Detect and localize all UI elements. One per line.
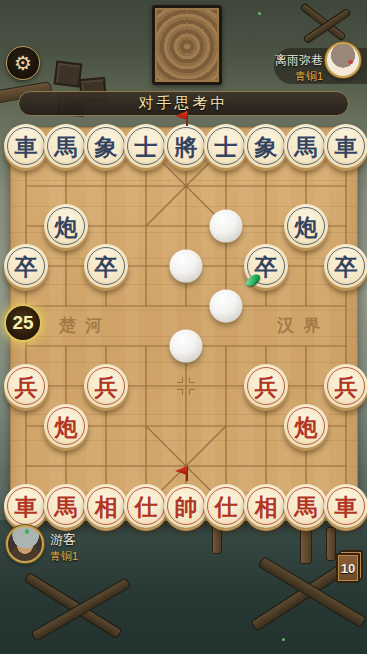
piece-character: 炮 bbox=[55, 215, 78, 238]
piece-character: 卒 bbox=[15, 255, 38, 278]
piece-character: 士 bbox=[135, 135, 158, 158]
opponent-card-back bbox=[152, 5, 222, 85]
red-piece-相[interactable]: 相 bbox=[244, 484, 288, 528]
piece-character: 仕 bbox=[135, 495, 158, 518]
red-piece-兵[interactable]: 兵 bbox=[244, 364, 288, 408]
red-piece-相[interactable]: 相 bbox=[84, 484, 128, 528]
status-banner-text: 对手思考中 bbox=[139, 94, 229, 113]
crate-decor bbox=[54, 61, 83, 88]
black-piece-象[interactable]: 象 bbox=[84, 124, 128, 168]
opponent-name: 离雨弥巷 bbox=[233, 52, 323, 69]
piece-character: 卒 bbox=[335, 255, 358, 278]
red-piece-仕[interactable]: 仕 bbox=[204, 484, 248, 528]
piece-character: 仕 bbox=[215, 495, 238, 518]
timer-value: 25 bbox=[12, 312, 33, 334]
pieces-layer: 車馬象士將士象馬車炮炮卒卒卒卒兵兵兵兵炮炮車馬相仕帥仕相馬車 bbox=[11, 128, 357, 520]
red-piece-兵[interactable]: 兵 bbox=[84, 364, 128, 408]
settings-button[interactable]: ⚙ bbox=[6, 46, 40, 80]
piece-character: 車 bbox=[15, 495, 38, 518]
black-piece-卒[interactable]: 卒 bbox=[324, 244, 367, 288]
piece-character: 兵 bbox=[335, 375, 358, 398]
red-piece-車[interactable]: 車 bbox=[4, 484, 48, 528]
black-piece-炮[interactable]: 炮 bbox=[284, 204, 328, 248]
stick-decor bbox=[302, 8, 351, 45]
xiangqi-board[interactable]: 楚河 汉界 車馬象士將士象馬車炮炮卒卒卒卒兵兵兵兵炮炮車馬相仕帥仕相馬車 bbox=[10, 127, 358, 521]
black-piece-卒[interactable]: 卒 bbox=[84, 244, 128, 288]
status-banner: 对手思考中 bbox=[18, 91, 349, 116]
red-piece-兵[interactable]: 兵 bbox=[324, 364, 367, 408]
piece-character: 卒 bbox=[95, 255, 118, 278]
piece-character: 象 bbox=[95, 135, 118, 158]
game-screen: ⚙ 离雨弥巷 青铜1 对手思考中 楚河 汉界 車馬象士將士象馬車炮炮卒卒卒卒兵兵… bbox=[0, 0, 367, 654]
red-piece-兵[interactable]: 兵 bbox=[4, 364, 48, 408]
piece-character: 馬 bbox=[55, 495, 78, 518]
red-piece-車[interactable]: 車 bbox=[324, 484, 367, 528]
black-piece-馬[interactable]: 馬 bbox=[44, 124, 88, 168]
card-count: 10 bbox=[336, 553, 360, 583]
timer-badge: 25 bbox=[4, 304, 42, 342]
piece-character: 兵 bbox=[95, 375, 118, 398]
stick-decor bbox=[299, 2, 346, 42]
black-piece-卒[interactable]: 卒 bbox=[4, 244, 48, 288]
piece-character: 炮 bbox=[295, 415, 318, 438]
piece-character: 馬 bbox=[295, 495, 318, 518]
piece-character: 帥 bbox=[175, 495, 198, 518]
piece-character: 炮 bbox=[295, 215, 318, 238]
red-piece-仕[interactable]: 仕 bbox=[124, 484, 168, 528]
black-piece-象[interactable]: 象 bbox=[244, 124, 288, 168]
piece-character: 士 bbox=[215, 135, 238, 158]
piece-character: 炮 bbox=[55, 415, 78, 438]
black-piece-將[interactable]: 將 bbox=[164, 124, 208, 168]
opponent-avatar[interactable] bbox=[325, 42, 361, 78]
player-name: 游客 bbox=[50, 531, 76, 549]
black-piece-車[interactable]: 車 bbox=[324, 124, 367, 168]
gear-icon: ⚙ bbox=[14, 53, 32, 73]
piece-character: 馬 bbox=[295, 135, 318, 158]
black-piece-士[interactable]: 士 bbox=[124, 124, 168, 168]
card-count-value: 10 bbox=[341, 561, 355, 576]
piece-character: 兵 bbox=[255, 375, 278, 398]
card-stack-badge[interactable]: 10 bbox=[336, 550, 363, 583]
black-piece-車[interactable]: 車 bbox=[4, 124, 48, 168]
player-avatar[interactable] bbox=[6, 525, 44, 563]
red-piece-炮[interactable]: 炮 bbox=[284, 404, 328, 448]
piece-character: 象 bbox=[255, 135, 278, 158]
red-piece-馬[interactable]: 馬 bbox=[284, 484, 328, 528]
piece-character: 馬 bbox=[55, 135, 78, 158]
black-piece-馬[interactable]: 馬 bbox=[284, 124, 328, 168]
piece-character: 車 bbox=[335, 135, 358, 158]
red-piece-帥[interactable]: 帥 bbox=[164, 484, 208, 528]
opponent-rank: 青铜1 bbox=[233, 69, 323, 84]
black-piece-卒[interactable]: 卒 bbox=[244, 244, 288, 288]
piece-character: 車 bbox=[15, 135, 38, 158]
piece-character: 將 bbox=[175, 135, 198, 158]
red-piece-馬[interactable]: 馬 bbox=[44, 484, 88, 528]
black-piece-士[interactable]: 士 bbox=[204, 124, 248, 168]
red-palace-flag-icon bbox=[186, 466, 188, 481]
piece-character: 車 bbox=[335, 495, 358, 518]
black-piece-炮[interactable]: 炮 bbox=[44, 204, 88, 248]
jade-charm-icon bbox=[244, 272, 262, 289]
piece-character: 兵 bbox=[15, 375, 38, 398]
sparkle-decor bbox=[258, 12, 261, 15]
piece-character: 相 bbox=[255, 495, 278, 518]
black-palace-flag-icon bbox=[186, 111, 188, 126]
player-rank: 青铜1 bbox=[50, 549, 78, 564]
red-piece-炮[interactable]: 炮 bbox=[44, 404, 88, 448]
piece-character: 相 bbox=[95, 495, 118, 518]
